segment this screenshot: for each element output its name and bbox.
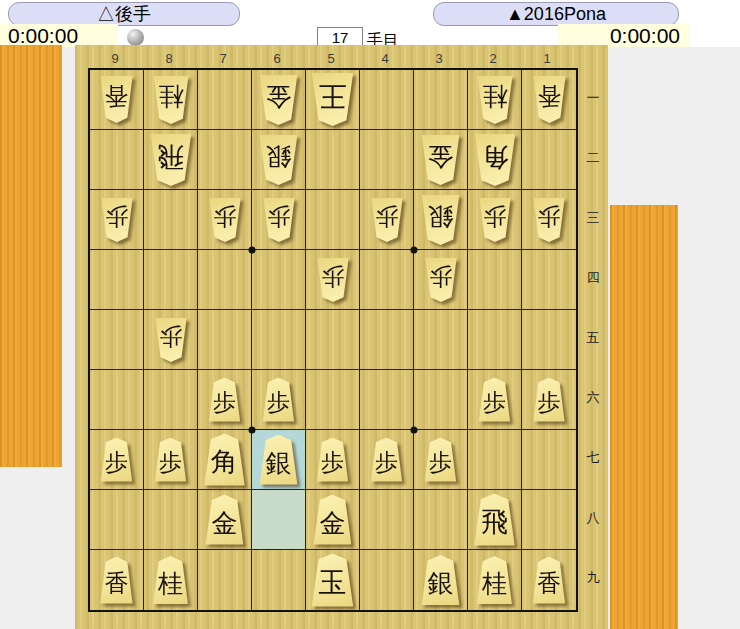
koma-face: 銀 [258,435,299,485]
board-cell[interactable]: 桂 [144,550,198,610]
koma-face: 歩 [100,198,134,242]
rank-label: 九 [581,548,605,608]
koma-face: 歩 [316,258,350,302]
board-cell[interactable]: 王 [306,70,360,130]
board-cell[interactable]: 香 [522,70,576,130]
board-cell[interactable]: 歩 [360,190,414,250]
piece-sente-gold[interactable]: 金 [204,495,245,545]
piece-gote-silver[interactable]: 銀 [420,195,461,245]
piece-gote-pawn[interactable]: 歩 [424,258,458,302]
koma-face: 香 [532,557,567,604]
piece-sente-pawn[interactable]: 歩 [478,378,512,422]
board-cell[interactable]: 金 [252,70,306,130]
koma-face: 歩 [154,438,188,482]
board-cell[interactable] [306,190,360,250]
koma-face: 桂 [152,76,190,124]
koma-face: 角 [203,434,247,486]
piece-sente-knight[interactable]: 桂 [476,556,514,604]
rank-label: 三 [581,188,605,248]
piece-gote-silver[interactable]: 銀 [258,135,299,185]
board-cell[interactable]: 飛 [144,130,198,190]
board-cell[interactable] [468,250,522,310]
koma-face: 桂 [152,556,190,604]
piece-sente-pawn[interactable]: 歩 [424,438,458,482]
piece-sente-pawn[interactable]: 歩 [370,438,404,482]
board-cell[interactable]: 金 [198,490,252,550]
board-cell[interactable] [198,550,252,610]
board-cell[interactable] [252,490,306,550]
gote-name-label: △後手 [97,2,151,26]
board-cell[interactable] [522,310,576,370]
board-cell[interactable] [306,370,360,430]
koma-face: 桂 [476,556,514,604]
board-cell[interactable] [414,370,468,430]
file-label: 6 [250,49,304,67]
board-cell[interactable] [90,250,144,310]
board-cell[interactable]: 歩 [252,190,306,250]
board-cell[interactable]: 角 [468,130,522,190]
koma-face: 歩 [100,438,134,482]
board-cell[interactable]: 金 [306,490,360,550]
board-cell[interactable] [468,430,522,490]
file-label: 3 [412,49,466,67]
koma-face: 飛 [473,494,517,546]
koma-face: 歩 [370,198,404,242]
koma-face: 歩 [424,438,458,482]
file-labels: 987654321 [88,49,574,67]
piece-gote-lance[interactable]: 香 [532,76,567,123]
board-cell[interactable] [414,490,468,550]
board-cell[interactable]: 桂 [468,70,522,130]
hoshi-dot [249,427,256,434]
board-cell[interactable] [252,250,306,310]
board-cell[interactable] [360,250,414,310]
board-cell[interactable]: 歩 [252,370,306,430]
piece-gote-knight[interactable]: 桂 [152,76,190,124]
koma-face: 玉 [310,554,355,607]
board-cell[interactable]: 歩 [468,370,522,430]
board-cell[interactable] [468,310,522,370]
board-cell[interactable]: 歩 [90,430,144,490]
board-cell[interactable] [360,550,414,610]
board-cell[interactable] [360,130,414,190]
koma-face: 金 [312,495,353,545]
koma-face: 歩 [370,438,404,482]
board-cell[interactable] [360,310,414,370]
board-cell[interactable] [198,130,252,190]
board-cell[interactable]: 玉 [306,550,360,610]
piece-gote-pawn[interactable]: 歩 [100,198,134,242]
board-cell[interactable]: 銀 [252,130,306,190]
board-cell[interactable]: 香 [90,550,144,610]
koma-face: 香 [532,76,567,123]
piece-sente-pawn[interactable]: 歩 [262,378,296,422]
board-cell[interactable]: 桂 [144,70,198,130]
koma-face: 歩 [154,318,188,362]
board-cell[interactable]: 歩 [522,370,576,430]
board-cell[interactable] [522,430,576,490]
sente-name-bar: ▲2016Pona [433,2,679,26]
file-label: 2 [466,49,520,67]
koma-face: 金 [420,135,461,185]
piece-sente-bishop[interactable]: 角 [203,434,247,486]
piece-sente-silver[interactable]: 銀 [258,435,299,485]
piece-gote-pawn[interactable]: 歩 [316,258,350,302]
board-cell[interactable] [306,130,360,190]
board-cell[interactable]: 歩 [306,250,360,310]
board-cell[interactable]: 歩 [468,190,522,250]
board-cell[interactable] [522,250,576,310]
koma-face: 香 [99,76,134,123]
piece-sente-pawn[interactable]: 歩 [100,438,134,482]
board-cell[interactable] [360,70,414,130]
sente-clock-value: 0:00:00 [610,24,680,48]
file-label: 4 [358,49,412,67]
board-cell[interactable] [414,70,468,130]
piece-gote-pawn[interactable]: 歩 [208,198,242,242]
board-cell[interactable]: 銀 [414,190,468,250]
board-cell[interactable] [90,130,144,190]
piece-gote-bishop[interactable]: 角 [473,134,517,186]
file-label: 8 [142,49,196,67]
file-label: 9 [88,49,142,67]
board-cell[interactable]: 歩 [360,430,414,490]
board-grid: 香桂金王桂香飛銀金角歩歩歩歩銀歩歩歩歩歩歩歩歩歩歩歩角銀歩歩歩金金飛香桂玉銀桂香 [88,68,578,612]
piece-sente-gold[interactable]: 金 [312,495,353,545]
board-cell[interactable] [90,490,144,550]
board-cell[interactable]: 歩 [144,430,198,490]
board-cell[interactable]: 歩 [522,190,576,250]
board-cell[interactable] [522,490,576,550]
board-cell[interactable]: 歩 [414,430,468,490]
board-cell[interactable] [522,130,576,190]
board-cell[interactable] [252,310,306,370]
rank-label: 五 [581,308,605,368]
rank-label: 四 [581,248,605,308]
koma-face: 王 [310,73,355,126]
koma-face: 銀 [420,195,461,245]
board-cell[interactable] [90,370,144,430]
piece-gote-pawn[interactable]: 歩 [262,198,296,242]
piece-sente-lance[interactable]: 香 [99,557,134,604]
koma-face: 歩 [532,378,566,422]
piece-sente-pawn[interactable]: 歩 [316,438,350,482]
koma-face: 香 [99,557,134,604]
board-cell[interactable]: 飛 [468,490,522,550]
koma-face: 歩 [478,198,512,242]
koma-face: 歩 [208,198,242,242]
board-cell[interactable] [144,370,198,430]
board-cell[interactable]: 角 [198,430,252,490]
board-cell[interactable]: 歩 [144,310,198,370]
file-label: 5 [304,49,358,67]
sente-name-label: ▲2016Pona [506,4,606,25]
sente-clock: 0:00:00 [558,24,690,47]
piece-gote-pawn[interactable]: 歩 [154,318,188,362]
koma-face: 飛 [149,134,193,186]
board-cell[interactable] [144,190,198,250]
hoshi-dot [411,247,418,254]
board-cell[interactable] [360,370,414,430]
rank-label: 六 [581,368,605,428]
board-cell[interactable]: 銀 [414,550,468,610]
koma-face: 歩 [262,198,296,242]
koma-face: 歩 [478,378,512,422]
hoshi-dot [411,427,418,434]
board-cell[interactable] [198,310,252,370]
hoshi-dot [249,247,256,254]
board-cell[interactable] [144,250,198,310]
gote-clock: 0:00:00 [0,24,118,47]
piece-sente-pawn[interactable]: 歩 [208,378,242,422]
rank-label: 二 [581,128,605,188]
rank-label: 七 [581,428,605,488]
sente-captured-stand [610,205,678,629]
piece-sente-knight[interactable]: 桂 [152,556,190,604]
board-cell[interactable]: 歩 [306,430,360,490]
piece-sente-pawn[interactable]: 歩 [532,378,566,422]
piece-sente-king[interactable]: 玉 [310,554,355,607]
koma-face: 歩 [532,198,566,242]
piece-gote-knight[interactable]: 桂 [476,76,514,124]
rank-label: 一 [581,68,605,128]
board-cell[interactable]: 歩 [198,190,252,250]
rank-labels: 一二三四五六七八九 [581,68,605,608]
koma-face: 桂 [476,76,514,124]
piece-sente-silver[interactable]: 銀 [420,555,461,605]
board-cell[interactable]: 銀 [252,430,306,490]
piece-gote-pawn[interactable]: 歩 [478,198,512,242]
piece-gote-gold[interactable]: 金 [258,75,299,125]
piece-sente-pawn[interactable]: 歩 [154,438,188,482]
koma-face: 歩 [208,378,242,422]
koma-face: 銀 [420,555,461,605]
piece-sente-lance[interactable]: 香 [532,557,567,604]
gote-clock-value: 0:00:00 [8,24,78,48]
board-cell[interactable]: 歩 [90,190,144,250]
koma-face: 歩 [424,258,458,302]
board-cell[interactable]: 金 [414,130,468,190]
piece-gote-lance[interactable]: 香 [99,76,134,123]
turn-indicator-lamp-icon [127,29,144,46]
file-label: 1 [520,49,574,67]
gote-name-bar: △後手 [8,2,240,26]
piece-sente-rook[interactable]: 飛 [473,494,517,546]
gote-captured-stand [0,45,62,467]
rank-label: 八 [581,488,605,548]
board-cell[interactable] [306,310,360,370]
board-cell[interactable] [198,250,252,310]
board-cell[interactable] [252,550,306,610]
board-cell[interactable]: 歩 [198,370,252,430]
board-cell[interactable] [144,490,198,550]
piece-gote-rook[interactable]: 飛 [149,134,193,186]
piece-gote-king[interactable]: 王 [310,73,355,126]
move-number-value: 17 [332,29,349,46]
shogi-board: 987654321 一二三四五六七八九 香桂金王桂香飛銀金角歩歩歩歩銀歩歩歩歩歩… [75,45,608,629]
koma-face: 金 [204,495,245,545]
board-cell[interactable] [198,70,252,130]
piece-gote-pawn[interactable]: 歩 [370,198,404,242]
board-cell[interactable] [90,310,144,370]
piece-gote-gold[interactable]: 金 [420,135,461,185]
board-cell[interactable] [360,490,414,550]
move-number-input[interactable]: 17 [317,27,363,47]
koma-face: 歩 [316,438,350,482]
file-label: 7 [196,49,250,67]
piece-gote-pawn[interactable]: 歩 [532,198,566,242]
shogi-app: △後手 ▲2016Pona 0:00:00 0:00:00 17 手目 9876… [0,0,740,629]
koma-face: 銀 [258,135,299,185]
board-cell[interactable]: 歩 [414,250,468,310]
koma-face: 金 [258,75,299,125]
board-cell[interactable]: 香 [522,550,576,610]
board-cell[interactable]: 香 [90,70,144,130]
board-cell[interactable] [414,310,468,370]
koma-face: 歩 [262,378,296,422]
koma-face: 角 [473,134,517,186]
board-cell[interactable]: 桂 [468,550,522,610]
